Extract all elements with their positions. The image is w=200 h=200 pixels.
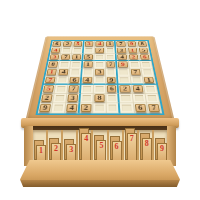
cell-r3c4[interactable]: 5 — [83, 54, 95, 61]
number-tile-7[interactable]: 7 — [69, 85, 79, 92]
cell-r6c6[interactable]: 9 — [106, 76, 119, 84]
cell-r5c9[interactable] — [141, 68, 154, 76]
number-tile-1[interactable]: 1 — [106, 41, 114, 46]
sudoku-grid: 6253417984731537154268179143776491576242… — [35, 40, 164, 115]
number-tile-4[interactable]: 4 — [67, 104, 78, 112]
number-tile-5[interactable]: 5 — [43, 85, 54, 92]
cell-r4c3[interactable] — [71, 61, 83, 68]
cell-r5c7[interactable] — [118, 68, 131, 76]
cell-r6c9[interactable]: 1 — [142, 76, 156, 84]
cell-r9c6[interactable] — [107, 103, 121, 113]
drawer-tile-7[interactable]: 7 — [127, 133, 137, 161]
number-tile-4[interactable]: 4 — [132, 85, 143, 92]
number-tile-6[interactable]: 6 — [70, 77, 79, 83]
cell-r7c3[interactable]: 7 — [68, 85, 82, 94]
cell-r6c4[interactable]: 4 — [81, 76, 94, 84]
number-tile-1[interactable]: 1 — [72, 54, 81, 59]
cell-r7c2[interactable] — [55, 85, 69, 94]
number-tile-3[interactable]: 3 — [68, 94, 78, 101]
cell-r4c9[interactable] — [140, 61, 153, 68]
number-tile-4[interactable]: 4 — [59, 69, 69, 75]
cell-r2c9[interactable]: 5 — [138, 47, 150, 54]
drawer-slot-4[interactable]: 4 — [78, 130, 93, 162]
number-tile-8[interactable]: 8 — [138, 41, 147, 46]
number-tile-9[interactable]: 9 — [118, 61, 128, 67]
cell-r7c9[interactable] — [144, 85, 158, 94]
number-tile-8[interactable]: 8 — [48, 61, 58, 67]
cell-r3c9[interactable]: 6 — [139, 54, 152, 61]
number-tile-3[interactable]: 3 — [50, 54, 60, 59]
cell-r2c2[interactable] — [61, 47, 73, 54]
drawer-slot-1[interactable]: 1 — [33, 130, 48, 162]
drawer-slot-9[interactable]: 9 — [154, 130, 167, 162]
cell-r2c5[interactable]: 7 — [94, 47, 105, 54]
number-tile-1[interactable]: 1 — [46, 69, 57, 75]
cell-r9c2[interactable] — [52, 103, 67, 113]
number-tile-7[interactable]: 7 — [117, 41, 126, 46]
number-tile-1[interactable]: 1 — [83, 61, 92, 67]
cell-r8c3[interactable]: 3 — [67, 94, 81, 104]
drawer-tile-9[interactable]: 9 — [157, 143, 167, 161]
cell-r7c6[interactable]: 6 — [106, 85, 119, 94]
number-tile-5[interactable]: 5 — [74, 41, 82, 46]
cell-r3c7[interactable]: 4 — [117, 54, 129, 61]
cell-r2c6[interactable] — [105, 47, 116, 54]
cell-r5c6[interactable] — [106, 68, 118, 76]
drawer-tile-1[interactable]: 1 — [36, 145, 46, 161]
cell-r9c7[interactable] — [120, 103, 135, 113]
number-tile-4[interactable]: 4 — [51, 48, 61, 53]
number-tile-5[interactable]: 5 — [139, 48, 149, 53]
cell-r4c4[interactable]: 1 — [82, 61, 94, 68]
cell-r7c4[interactable] — [81, 85, 94, 94]
number-tile-4[interactable]: 4 — [117, 54, 126, 59]
number-tile-1[interactable]: 1 — [128, 48, 137, 53]
drawer-slot-5[interactable]: 5 — [93, 130, 108, 162]
cell-r5c2[interactable]: 4 — [58, 68, 71, 76]
drawer-slot-6[interactable]: 6 — [109, 130, 124, 162]
cell-r4c2[interactable] — [59, 61, 72, 68]
cell-r8c6[interactable] — [106, 94, 120, 104]
drawer-front-panel[interactable] — [20, 160, 180, 187]
cell-r3c5[interactable] — [94, 54, 105, 61]
cell-r6c3[interactable]: 6 — [69, 76, 82, 84]
number-tile-6[interactable]: 6 — [52, 41, 61, 46]
drawer-slot-7[interactable]: 7 — [124, 130, 139, 162]
cell-r9c3[interactable]: 4 — [65, 103, 80, 113]
cell-r3c3[interactable]: 1 — [71, 54, 83, 61]
cell-r2c3[interactable] — [72, 47, 84, 54]
cell-r4c6[interactable]: 7 — [106, 61, 118, 68]
drawer-tile-5[interactable]: 5 — [96, 140, 106, 161]
cell-r9c9[interactable]: 7 — [147, 103, 162, 113]
number-tile-7[interactable]: 7 — [45, 77, 56, 83]
drawer-tile-2[interactable]: 2 — [51, 143, 61, 161]
cell-r6c7[interactable] — [118, 76, 131, 84]
wooden-frame: 6253417984731537154268179143776491576242… — [25, 36, 175, 122]
sudoku-product-photo: 6253417984731537154268179143776491576242… — [0, 0, 200, 200]
drawer-slot-2[interactable]: 2 — [48, 130, 63, 162]
sudoku-board: 6253417984731537154268179143776491576242… — [25, 36, 175, 122]
drawer-tile-3[interactable]: 3 — [66, 144, 76, 161]
number-tile-5[interactable]: 5 — [84, 54, 93, 59]
number-tile-7[interactable]: 7 — [95, 48, 104, 53]
cell-r3c2[interactable]: 7 — [60, 54, 72, 61]
cell-r6c5[interactable] — [94, 76, 107, 84]
number-tile-7[interactable]: 7 — [107, 61, 116, 67]
number-tile-2[interactable]: 2 — [63, 41, 72, 46]
cell-r1c7[interactable]: 7 — [116, 41, 127, 47]
number-tile-9[interactable]: 9 — [127, 41, 136, 46]
cell-r6c2[interactable] — [56, 76, 69, 84]
cell-r2c4[interactable] — [83, 47, 94, 54]
number-tile-6[interactable]: 6 — [107, 85, 116, 92]
drawer-slot-8[interactable]: 8 — [139, 130, 154, 162]
number-tile-8[interactable]: 8 — [94, 94, 105, 101]
cell-r8c9[interactable] — [145, 94, 160, 104]
number-tile-9[interactable]: 9 — [39, 104, 51, 112]
cell-r7c5[interactable] — [94, 85, 107, 94]
cell-r7c7[interactable]: 2 — [119, 85, 133, 94]
cell-r5c5[interactable]: 3 — [94, 68, 106, 76]
cell-r8c4[interactable] — [80, 94, 94, 104]
number-tile-4[interactable]: 4 — [95, 41, 104, 46]
number-tile-9[interactable]: 9 — [107, 77, 116, 83]
number-tile-4[interactable]: 4 — [82, 77, 92, 83]
drawer-tile-6[interactable]: 6 — [112, 141, 122, 161]
number-tile-3[interactable]: 3 — [117, 48, 126, 53]
number-tile-1[interactable]: 1 — [143, 77, 154, 83]
number-tile-7[interactable]: 7 — [61, 54, 71, 59]
cell-r9c5[interactable] — [93, 103, 107, 113]
cell-r5c4[interactable] — [82, 68, 94, 76]
number-tile-3[interactable]: 3 — [95, 69, 105, 75]
number-tile-2[interactable]: 2 — [80, 104, 91, 112]
cell-r2c7[interactable]: 3 — [116, 47, 128, 54]
number-tile-2[interactable]: 2 — [129, 54, 139, 59]
number-tile-6[interactable]: 6 — [140, 54, 150, 59]
drawer-slot-3[interactable]: 3 — [63, 130, 78, 162]
number-tile-3[interactable]: 3 — [85, 41, 94, 46]
cell-r4c7[interactable]: 9 — [117, 61, 129, 68]
cell-r5c3[interactable] — [70, 68, 83, 76]
cell-r8c5[interactable]: 8 — [93, 94, 106, 104]
number-tile-2[interactable]: 2 — [41, 94, 53, 101]
cell-r4c5[interactable] — [94, 61, 106, 68]
number-tile-6[interactable]: 6 — [134, 104, 146, 112]
cell-r9c4[interactable]: 2 — [79, 103, 93, 113]
drawer-tile-4[interactable]: 4 — [81, 133, 91, 161]
cell-r8c2[interactable] — [53, 94, 67, 104]
cell-r8c7[interactable] — [119, 94, 133, 104]
drawer-tile-8[interactable]: 8 — [142, 138, 152, 161]
cell-r3c6[interactable] — [106, 54, 118, 61]
number-tile-2[interactable]: 2 — [120, 85, 131, 92]
tile-drawer-tray: 123456789 — [33, 130, 167, 162]
number-tile-7[interactable]: 7 — [130, 69, 140, 75]
number-tile-7[interactable]: 7 — [148, 104, 160, 112]
